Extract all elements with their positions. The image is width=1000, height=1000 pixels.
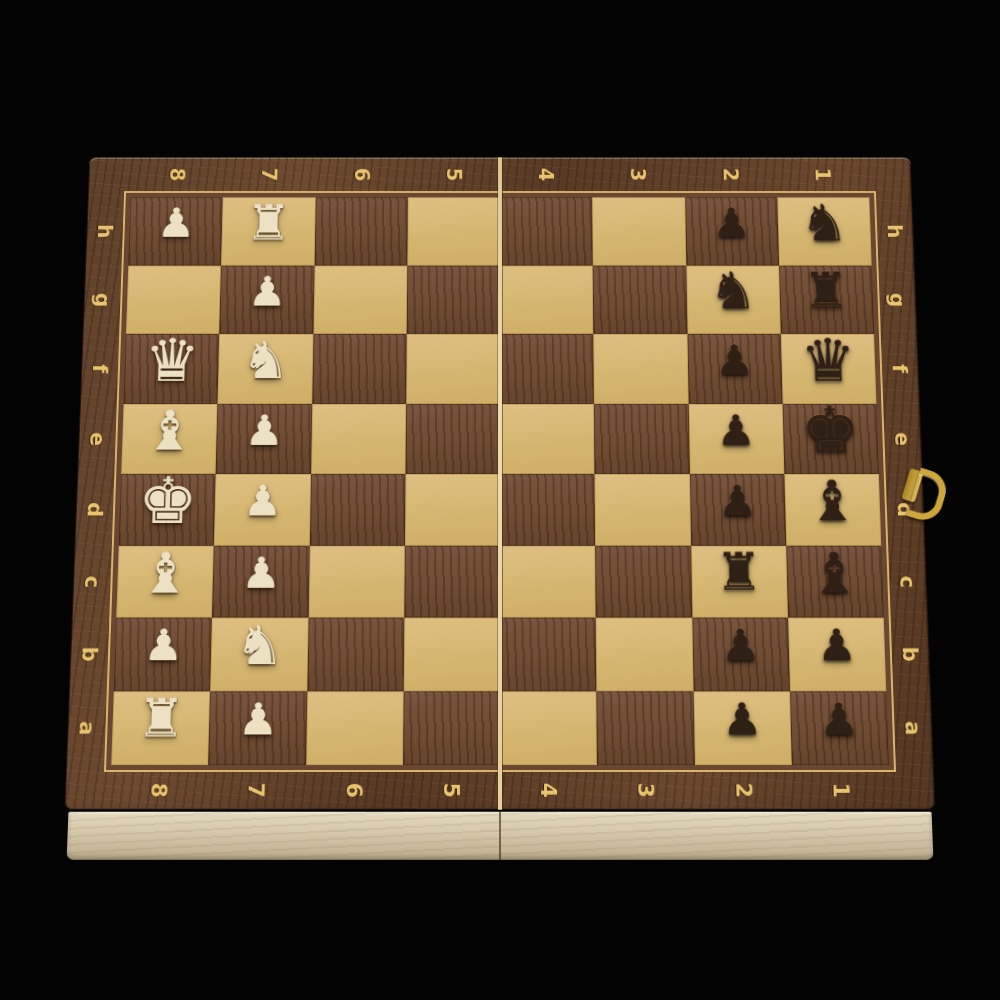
square-f2[interactable]: ♟ bbox=[687, 334, 782, 404]
square-d7[interactable]: ♟ bbox=[214, 474, 311, 545]
rank-label-bottom-2: 2 bbox=[726, 742, 761, 839]
square-c1[interactable]: ♝ bbox=[786, 545, 884, 617]
white-bishop[interactable]: ♝ bbox=[139, 545, 193, 601]
square-e1[interactable]: ♚ bbox=[782, 403, 879, 473]
white-pawn[interactable]: ♟ bbox=[241, 551, 282, 594]
square-h2[interactable]: ♟ bbox=[685, 197, 779, 265]
square-d8[interactable]: ♚ bbox=[119, 474, 216, 545]
square-c2[interactable]: ♜ bbox=[691, 545, 788, 617]
file-label-right-f: f bbox=[863, 353, 937, 383]
white-king[interactable]: ♚ bbox=[137, 469, 198, 533]
folding-chess-board: 87654321 87654321 hgfedcba hgfedcba ♟♜♟♞… bbox=[63, 157, 938, 860]
file-label-left-c: c bbox=[55, 566, 130, 598]
square-g7[interactable]: ♟ bbox=[219, 265, 314, 334]
white-knight[interactable]: ♞ bbox=[234, 618, 285, 672]
front-edge-seam bbox=[499, 812, 501, 860]
square-c8[interactable]: ♝ bbox=[116, 545, 214, 617]
square-g6[interactable] bbox=[313, 265, 407, 334]
square-g2[interactable]: ♞ bbox=[686, 265, 781, 334]
square-g4[interactable] bbox=[500, 265, 594, 334]
square-e7[interactable]: ♟ bbox=[216, 403, 312, 473]
square-b4[interactable] bbox=[500, 618, 597, 691]
square-g3[interactable] bbox=[593, 265, 687, 334]
file-label-right-e: e bbox=[865, 423, 939, 454]
square-g5[interactable] bbox=[406, 265, 500, 334]
square-d2[interactable]: ♟ bbox=[689, 474, 786, 545]
file-label-left-e: e bbox=[60, 423, 134, 454]
file-label-left-d: d bbox=[58, 494, 133, 525]
black-pawn[interactable]: ♟ bbox=[717, 480, 757, 522]
black-rook[interactable]: ♜ bbox=[802, 267, 850, 316]
square-c3[interactable] bbox=[595, 545, 692, 617]
square-e5[interactable] bbox=[405, 403, 500, 473]
white-pawn[interactable]: ♟ bbox=[143, 624, 184, 668]
square-h8[interactable]: ♟ bbox=[128, 197, 223, 265]
rank-label-top-4: 4 bbox=[530, 132, 562, 218]
rank-label-bottom-6: 6 bbox=[337, 742, 371, 839]
black-king[interactable]: ♚ bbox=[800, 399, 861, 462]
square-b8[interactable]: ♟ bbox=[114, 618, 212, 691]
square-h1[interactable]: ♞ bbox=[777, 197, 872, 265]
square-d4[interactable] bbox=[500, 474, 595, 545]
square-c7[interactable]: ♟ bbox=[212, 545, 309, 617]
black-pawn[interactable]: ♟ bbox=[712, 203, 751, 243]
black-bishop[interactable]: ♝ bbox=[808, 545, 862, 601]
square-f7[interactable]: ♞ bbox=[218, 334, 313, 404]
black-pawn[interactable]: ♟ bbox=[715, 340, 755, 381]
square-g1[interactable]: ♜ bbox=[779, 265, 874, 334]
black-bishop[interactable]: ♝ bbox=[806, 473, 859, 529]
board-front-edge bbox=[67, 812, 934, 860]
white-bishop[interactable]: ♝ bbox=[143, 403, 196, 458]
file-label-right-b: b bbox=[872, 638, 948, 670]
black-queen[interactable]: ♛ bbox=[800, 331, 857, 390]
square-h7[interactable]: ♜ bbox=[221, 197, 315, 265]
square-d1[interactable]: ♝ bbox=[784, 474, 881, 545]
square-e4[interactable] bbox=[500, 403, 595, 473]
square-e3[interactable] bbox=[594, 403, 689, 473]
square-d5[interactable] bbox=[405, 474, 500, 545]
file-label-left-h: h bbox=[69, 216, 142, 246]
square-f6[interactable] bbox=[312, 334, 407, 404]
black-pawn[interactable]: ♟ bbox=[722, 697, 763, 741]
square-c6[interactable] bbox=[308, 545, 405, 617]
file-label-left-g: g bbox=[66, 284, 139, 314]
square-e2[interactable]: ♟ bbox=[688, 403, 784, 473]
square-g8[interactable] bbox=[126, 265, 221, 334]
rank-label-top-6: 6 bbox=[346, 132, 378, 218]
square-f4[interactable] bbox=[500, 334, 594, 404]
white-pawn[interactable]: ♟ bbox=[237, 697, 278, 741]
white-pawn[interactable]: ♟ bbox=[244, 409, 284, 451]
black-pawn[interactable]: ♟ bbox=[716, 409, 756, 451]
square-b3[interactable] bbox=[596, 618, 693, 691]
rank-label-top-3: 3 bbox=[622, 132, 654, 218]
file-label-left-a: a bbox=[49, 712, 125, 744]
file-label-left-f: f bbox=[63, 353, 137, 383]
square-f3[interactable] bbox=[594, 334, 689, 404]
file-label-left-b: b bbox=[52, 638, 128, 670]
white-pawn[interactable]: ♟ bbox=[242, 480, 282, 522]
black-pawn[interactable]: ♟ bbox=[720, 624, 761, 668]
rank-label-bottom-4: 4 bbox=[532, 742, 565, 839]
file-label-right-h: h bbox=[858, 216, 931, 246]
square-b2[interactable]: ♟ bbox=[692, 618, 790, 691]
rank-label-bottom-5: 5 bbox=[434, 742, 467, 839]
white-queen[interactable]: ♛ bbox=[143, 331, 200, 390]
black-knight[interactable]: ♞ bbox=[799, 198, 848, 248]
square-b5[interactable] bbox=[403, 618, 500, 691]
rank-label-bottom-3: 3 bbox=[629, 742, 663, 839]
square-d6[interactable] bbox=[309, 474, 405, 545]
fold-seam bbox=[498, 157, 502, 809]
square-d3[interactable] bbox=[595, 474, 691, 545]
square-e6[interactable] bbox=[311, 403, 406, 473]
square-b1[interactable]: ♟ bbox=[788, 618, 886, 691]
rank-label-bottom-8: 8 bbox=[141, 742, 177, 839]
black-knight[interactable]: ♞ bbox=[708, 266, 757, 317]
square-b7[interactable]: ♞ bbox=[210, 618, 308, 691]
white-rook[interactable]: ♜ bbox=[245, 199, 292, 247]
rank-label-bottom-1: 1 bbox=[823, 742, 859, 839]
black-pawn[interactable]: ♟ bbox=[816, 624, 857, 668]
square-f5[interactable] bbox=[406, 334, 500, 404]
black-pawn[interactable]: ♟ bbox=[818, 697, 859, 741]
white-rook[interactable]: ♜ bbox=[136, 693, 186, 746]
file-label-right-g: g bbox=[861, 284, 934, 314]
square-c5[interactable] bbox=[404, 545, 500, 617]
rank-label-bottom-7: 7 bbox=[239, 742, 274, 839]
white-pawn[interactable]: ♟ bbox=[156, 203, 196, 243]
file-label-right-a: a bbox=[875, 712, 951, 744]
white-knight[interactable]: ♞ bbox=[241, 335, 290, 387]
file-label-right-c: c bbox=[870, 566, 945, 598]
white-pawn[interactable]: ♟ bbox=[247, 271, 287, 312]
black-rook[interactable]: ♜ bbox=[715, 547, 764, 599]
board-frame: 87654321 87654321 hgfedcba hgfedcba ♟♜♟♞… bbox=[65, 157, 936, 809]
rank-label-top-5: 5 bbox=[438, 132, 470, 218]
square-f8[interactable]: ♛ bbox=[124, 334, 220, 404]
square-c4[interactable] bbox=[500, 545, 596, 617]
square-b6[interactable] bbox=[307, 618, 404, 691]
product-photo-background: 87654321 87654321 hgfedcba hgfedcba ♟♜♟♞… bbox=[0, 0, 1000, 1000]
